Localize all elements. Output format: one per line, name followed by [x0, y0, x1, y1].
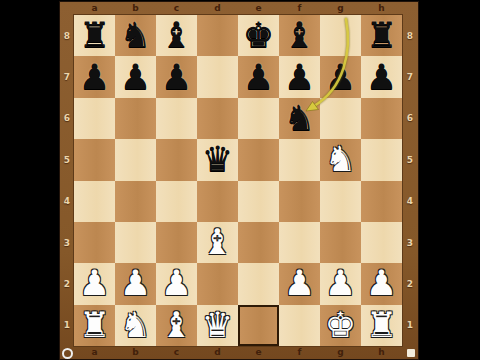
square-a1[interactable]: ♜ — [74, 305, 115, 346]
file-label-a: a — [74, 346, 115, 359]
rank-label-1: 1 — [64, 320, 70, 330]
rank-label-4: 4 — [407, 196, 413, 206]
black-rook[interactable]: ♜ — [366, 15, 397, 56]
square-f4[interactable] — [279, 181, 320, 222]
square-h7[interactable]: ♟ — [361, 56, 402, 97]
frame-corner-top-left — [60, 2, 74, 15]
square-b8[interactable]: ♞ — [115, 15, 156, 56]
square-h5[interactable] — [361, 139, 402, 180]
rank-label-5: 5 — [407, 155, 413, 165]
square-h2[interactable]: ♟ — [361, 263, 402, 304]
white-pawn[interactable]: ♟ — [120, 263, 151, 304]
square-f7[interactable]: ♟ — [279, 56, 320, 97]
square-a2[interactable]: ♟ — [74, 263, 115, 304]
black-bishop[interactable]: ♝ — [161, 15, 192, 56]
square-f5[interactable] — [279, 139, 320, 180]
chess-board: ♜♞♝♚♝♜♟♟♟♟♟♟♟♞♛♞♝♟♟♟♟♟♟♜♞♝♛♚♜ — [74, 15, 402, 346]
square-f6[interactable]: ♞ — [279, 98, 320, 139]
rank-label-8: 8 — [64, 31, 70, 41]
square-a6[interactable] — [74, 98, 115, 139]
square-c1[interactable]: ♝ — [156, 305, 197, 346]
white-knight[interactable]: ♞ — [120, 305, 151, 346]
white-rook[interactable]: ♜ — [366, 305, 397, 346]
square-e1[interactable] — [238, 305, 279, 346]
rank-labels-right: 87654321 — [402, 15, 418, 346]
frame-corner-bottom-left — [60, 346, 74, 359]
rank-label-5: 5 — [64, 155, 70, 165]
black-pawn[interactable]: ♟ — [284, 57, 315, 98]
rank-label-7: 7 — [64, 72, 70, 82]
square-h3[interactable] — [361, 222, 402, 263]
square-b4[interactable] — [115, 181, 156, 222]
square-g7[interactable]: ♟ — [320, 56, 361, 97]
square-g6[interactable] — [320, 98, 361, 139]
square-f3[interactable] — [279, 222, 320, 263]
square-e6[interactable] — [238, 98, 279, 139]
square-e4[interactable] — [238, 181, 279, 222]
black-knight[interactable]: ♞ — [284, 98, 315, 139]
white-pawn[interactable]: ♟ — [366, 263, 397, 304]
rank-label-3: 3 — [64, 238, 70, 248]
file-label-d: d — [197, 2, 238, 15]
rank-label-7: 7 — [407, 72, 413, 82]
file-label-e: e — [238, 346, 279, 359]
square-a4[interactable] — [74, 181, 115, 222]
video-frame: abcdefgh 87654321 ♜♞♝♚♝♜♟♟♟♟♟♟♟♞♛♞♝♟♟♟♟♟… — [0, 0, 480, 360]
rank-label-1: 1 — [407, 320, 413, 330]
square-g1[interactable]: ♚ — [320, 305, 361, 346]
square-g3[interactable] — [320, 222, 361, 263]
square-c3[interactable] — [156, 222, 197, 263]
black-bishop[interactable]: ♝ — [284, 15, 315, 56]
rank-labels-left: 87654321 — [60, 15, 74, 346]
square-d6[interactable] — [197, 98, 238, 139]
rank-label-6: 6 — [407, 113, 413, 123]
square-d4[interactable] — [197, 181, 238, 222]
file-label-b: b — [115, 346, 156, 359]
square-e8[interactable]: ♚ — [238, 15, 279, 56]
black-rook[interactable]: ♜ — [79, 15, 110, 56]
square-a7[interactable]: ♟ — [74, 56, 115, 97]
rank-label-4: 4 — [64, 196, 70, 206]
black-knight[interactable]: ♞ — [120, 15, 151, 56]
file-label-b: b — [115, 2, 156, 15]
square-c5[interactable] — [156, 139, 197, 180]
square-e7[interactable]: ♟ — [238, 56, 279, 97]
square-a8[interactable]: ♜ — [74, 15, 115, 56]
black-pawn[interactable]: ♟ — [120, 57, 151, 98]
square-f8[interactable]: ♝ — [279, 15, 320, 56]
square-d3[interactable]: ♝ — [197, 222, 238, 263]
file-label-h: h — [361, 2, 402, 15]
square-d1[interactable]: ♛ — [197, 305, 238, 346]
black-king[interactable]: ♚ — [243, 15, 274, 56]
white-rook[interactable]: ♜ — [79, 305, 110, 346]
white-bishop[interactable]: ♝ — [202, 222, 233, 263]
square-a3[interactable] — [74, 222, 115, 263]
square-h6[interactable] — [361, 98, 402, 139]
square-d5[interactable]: ♛ — [197, 139, 238, 180]
file-label-e: e — [238, 2, 279, 15]
board-square-icon[interactable] — [407, 349, 415, 357]
square-f1[interactable] — [279, 305, 320, 346]
black-pawn[interactable]: ♟ — [325, 57, 356, 98]
white-pawn[interactable]: ♟ — [161, 263, 192, 304]
black-pawn[interactable]: ♟ — [366, 57, 397, 98]
square-b3[interactable] — [115, 222, 156, 263]
rank-label-6: 6 — [64, 113, 70, 123]
rank-label-8: 8 — [407, 31, 413, 41]
square-b7[interactable]: ♟ — [115, 56, 156, 97]
file-labels-top: abcdefgh — [74, 2, 402, 15]
square-h4[interactable] — [361, 181, 402, 222]
file-label-d: d — [197, 346, 238, 359]
rank-label-3: 3 — [407, 238, 413, 248]
square-c7[interactable]: ♟ — [156, 56, 197, 97]
file-labels-bottom: abcdefgh — [74, 346, 402, 359]
square-g2[interactable]: ♟ — [320, 263, 361, 304]
file-label-h: h — [361, 346, 402, 359]
square-e3[interactable] — [238, 222, 279, 263]
white-queen[interactable]: ♛ — [202, 305, 233, 346]
black-pawn[interactable]: ♟ — [243, 57, 274, 98]
square-c6[interactable] — [156, 98, 197, 139]
file-label-c: c — [156, 346, 197, 359]
file-label-g: g — [320, 2, 361, 15]
square-b6[interactable] — [115, 98, 156, 139]
board-circle-icon[interactable] — [62, 348, 73, 359]
frame-corner-top-right — [402, 2, 418, 15]
white-knight[interactable]: ♞ — [325, 139, 356, 180]
square-b5[interactable] — [115, 139, 156, 180]
black-queen[interactable]: ♛ — [202, 139, 233, 180]
square-h8[interactable]: ♜ — [361, 15, 402, 56]
file-label-c: c — [156, 2, 197, 15]
chess-board-frame: abcdefgh 87654321 ♜♞♝♚♝♜♟♟♟♟♟♟♟♞♛♞♝♟♟♟♟♟… — [60, 2, 418, 359]
white-bishop[interactable]: ♝ — [161, 305, 192, 346]
square-c8[interactable]: ♝ — [156, 15, 197, 56]
square-g5[interactable]: ♞ — [320, 139, 361, 180]
square-a5[interactable] — [74, 139, 115, 180]
file-label-f: f — [279, 2, 320, 15]
square-e5[interactable] — [238, 139, 279, 180]
white-pawn[interactable]: ♟ — [284, 263, 315, 304]
white-king[interactable]: ♚ — [325, 305, 356, 346]
square-h1[interactable]: ♜ — [361, 305, 402, 346]
square-g8[interactable] — [320, 15, 361, 56]
frame-corner-bottom-right — [402, 346, 418, 359]
white-pawn[interactable]: ♟ — [79, 263, 110, 304]
rank-label-2: 2 — [407, 279, 413, 289]
file-label-f: f — [279, 346, 320, 359]
black-pawn[interactable]: ♟ — [79, 57, 110, 98]
square-c2[interactable]: ♟ — [156, 263, 197, 304]
rank-label-2: 2 — [64, 279, 70, 289]
square-d2[interactable] — [197, 263, 238, 304]
square-e2[interactable] — [238, 263, 279, 304]
file-label-a: a — [74, 2, 115, 15]
file-label-g: g — [320, 346, 361, 359]
black-pawn[interactable]: ♟ — [161, 57, 192, 98]
square-g4[interactable] — [320, 181, 361, 222]
square-b1[interactable]: ♞ — [115, 305, 156, 346]
square-c4[interactable] — [156, 181, 197, 222]
square-d7[interactable] — [197, 56, 238, 97]
square-b2[interactable]: ♟ — [115, 263, 156, 304]
white-pawn[interactable]: ♟ — [325, 263, 356, 304]
square-d8[interactable] — [197, 15, 238, 56]
square-f2[interactable]: ♟ — [279, 263, 320, 304]
